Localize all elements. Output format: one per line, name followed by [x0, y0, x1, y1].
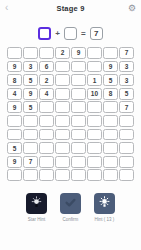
hint-group: Hint ( 13 )	[92, 193, 118, 222]
confirm-group: Confirm	[58, 193, 84, 222]
grid-cell[interactable]	[71, 61, 85, 73]
star-hint-label: Star Hint	[28, 217, 46, 222]
grid-cell[interactable]	[23, 115, 37, 127]
back-button[interactable]: ‹	[5, 1, 8, 15]
grid-cell[interactable]	[39, 142, 53, 154]
grid-cell[interactable]	[103, 169, 117, 181]
grid-cell[interactable]	[39, 156, 53, 168]
grid-cell[interactable]	[71, 74, 85, 86]
grid-cell[interactable]: 9	[23, 88, 37, 100]
grid-cell[interactable]	[71, 88, 85, 100]
grid-cell[interactable]	[103, 156, 117, 168]
grid-cell[interactable]: 5	[23, 101, 37, 113]
grid-cell[interactable]	[23, 129, 37, 141]
grid-cell[interactable]	[7, 47, 21, 59]
grid-cell[interactable]	[7, 129, 21, 141]
grid-cell[interactable]: 2	[39, 74, 53, 86]
grid-cell[interactable]	[103, 129, 117, 141]
grid-cell[interactable]	[39, 47, 53, 59]
grid-cell[interactable]	[71, 101, 85, 113]
grid-cell[interactable]	[7, 115, 21, 127]
grid-cell[interactable]: 3	[23, 61, 37, 73]
grid-cell[interactable]	[119, 169, 133, 181]
grid-cell[interactable]: 5	[23, 74, 37, 86]
grid-cell[interactable]: 4	[39, 88, 53, 100]
grid-cell[interactable]	[23, 169, 37, 181]
grid-cell[interactable]	[55, 156, 69, 168]
grid-cell[interactable]	[87, 129, 101, 141]
grid-cell[interactable]: 9	[7, 61, 21, 73]
grid-cell[interactable]: 3	[119, 74, 133, 86]
equation-slot-2[interactable]	[64, 27, 77, 40]
confirm-button[interactable]	[60, 193, 81, 214]
grid-cell[interactable]	[55, 129, 69, 141]
grid-cell[interactable]	[55, 115, 69, 127]
equals-sign: =	[81, 29, 86, 38]
toolbar: Star Hint Confirm	[0, 193, 141, 222]
grid-cell[interactable]: 3	[119, 61, 133, 73]
grid-cell[interactable]: 9	[7, 156, 21, 168]
grid-cell[interactable]: 7	[23, 156, 37, 168]
grid-cell[interactable]: 1	[87, 74, 101, 86]
grid-cell[interactable]	[71, 115, 85, 127]
page-title: Stage 9	[0, 4, 141, 13]
grid-cell[interactable]	[39, 115, 53, 127]
grid-cell[interactable]	[119, 156, 133, 168]
grid-cell[interactable]: 8	[7, 74, 21, 86]
grid-cell[interactable]	[87, 101, 101, 113]
grid-cell[interactable]: 5	[103, 74, 117, 86]
grid-cell[interactable]: 7	[119, 101, 133, 113]
grid-cell[interactable]: 9	[7, 101, 21, 113]
grid-cell[interactable]	[55, 142, 69, 154]
grid-cell[interactable]	[103, 142, 117, 154]
grid-cell[interactable]	[23, 142, 37, 154]
grid-cell[interactable]	[71, 169, 85, 181]
grid-cell[interactable]	[103, 101, 117, 113]
grid-cell[interactable]	[87, 169, 101, 181]
star-hint-group: Star Hint	[24, 193, 50, 222]
equation-row: + = 7	[0, 27, 141, 40]
grid-cell[interactable]	[7, 169, 21, 181]
grid-cell[interactable]: 6	[39, 61, 53, 73]
star-hint-button[interactable]	[26, 193, 47, 214]
grid-cell[interactable]	[87, 61, 101, 73]
grid-cell[interactable]	[103, 47, 117, 59]
grid-cell[interactable]	[71, 156, 85, 168]
bulb-bright-icon	[98, 195, 111, 213]
grid-cell[interactable]	[119, 142, 133, 154]
grid-cell[interactable]	[55, 101, 69, 113]
grid-cell[interactable]	[39, 101, 53, 113]
grid-cell[interactable]: 10	[87, 88, 101, 100]
confirm-label: Confirm	[63, 217, 79, 222]
grid-cell[interactable]	[71, 142, 85, 154]
grid-cell[interactable]	[39, 169, 53, 181]
grid-cell[interactable]	[55, 74, 69, 86]
grid-cell[interactable]	[87, 47, 101, 59]
grid-cell[interactable]: 2	[55, 47, 69, 59]
grid-cell[interactable]	[87, 115, 101, 127]
grid-cell[interactable]: 9	[103, 61, 117, 73]
equation-slot-1-selected[interactable]	[38, 27, 51, 40]
grid-cell[interactable]	[103, 115, 117, 127]
grid-cell[interactable]	[23, 47, 37, 59]
check-icon	[64, 195, 77, 213]
grid-cell[interactable]: 5	[7, 142, 21, 154]
grid-cell[interactable]	[119, 115, 133, 127]
grid-cell[interactable]: 7	[119, 47, 133, 59]
header: ‹ Stage 9 ⚙	[0, 0, 141, 16]
hint-button[interactable]	[94, 193, 115, 214]
grid-cell[interactable]	[55, 61, 69, 73]
settings-gear-icon[interactable]: ⚙	[128, 1, 136, 15]
plus-sign: +	[55, 29, 60, 38]
grid-cell[interactable]	[55, 169, 69, 181]
grid-cell[interactable]	[55, 88, 69, 100]
hint-count-label: Hint ( 13 )	[95, 217, 115, 222]
equation-result: 7	[90, 27, 103, 40]
grid-cell[interactable]: 9	[71, 47, 85, 59]
number-grid: 297936938521534941085957597	[7, 47, 133, 181]
grid-cell[interactable]: 8	[103, 88, 117, 100]
grid-cell[interactable]	[119, 129, 133, 141]
grid-cell[interactable]	[87, 142, 101, 154]
grid-cell[interactable]	[39, 129, 53, 141]
grid-cell[interactable]	[87, 156, 101, 168]
bulb-dark-icon	[30, 195, 43, 213]
grid-cell[interactable]: 5	[119, 88, 133, 100]
grid-cell[interactable]	[71, 129, 85, 141]
grid-cell[interactable]: 4	[7, 88, 21, 100]
